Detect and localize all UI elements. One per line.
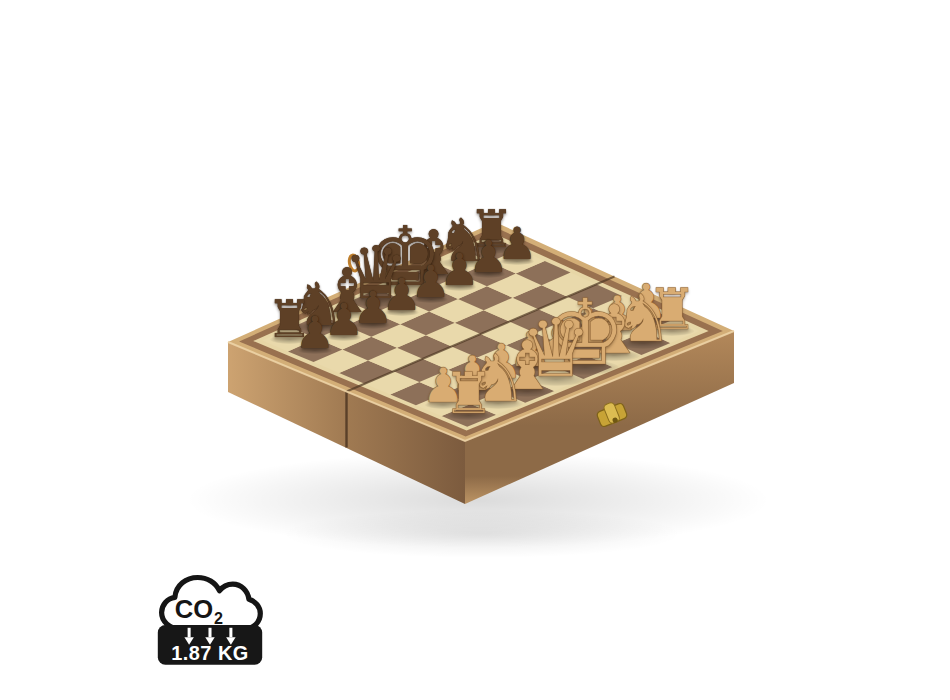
white-rook[interactable]: ♜ (440, 365, 497, 422)
black-pawn[interactable]: ♟ (293, 311, 338, 356)
co2-weight-value: 1.87 KG (171, 642, 249, 664)
co2-badge: CO 2 1.87 KG (154, 568, 266, 667)
co2-subscript: 2 (214, 609, 223, 627)
ground-reflection (282, 510, 682, 558)
co2-badge-graphic: CO 2 1.87 KG (154, 568, 266, 667)
co2-label: CO (175, 595, 213, 623)
product-photo-stage: ♜♞♝♛♚♝♞♜♟♟♟♟♟♟♟♟♟♟♟♟♟♟♟♟♜♞♝♛♚♝♞♜ CO 2 1.… (0, 0, 950, 700)
